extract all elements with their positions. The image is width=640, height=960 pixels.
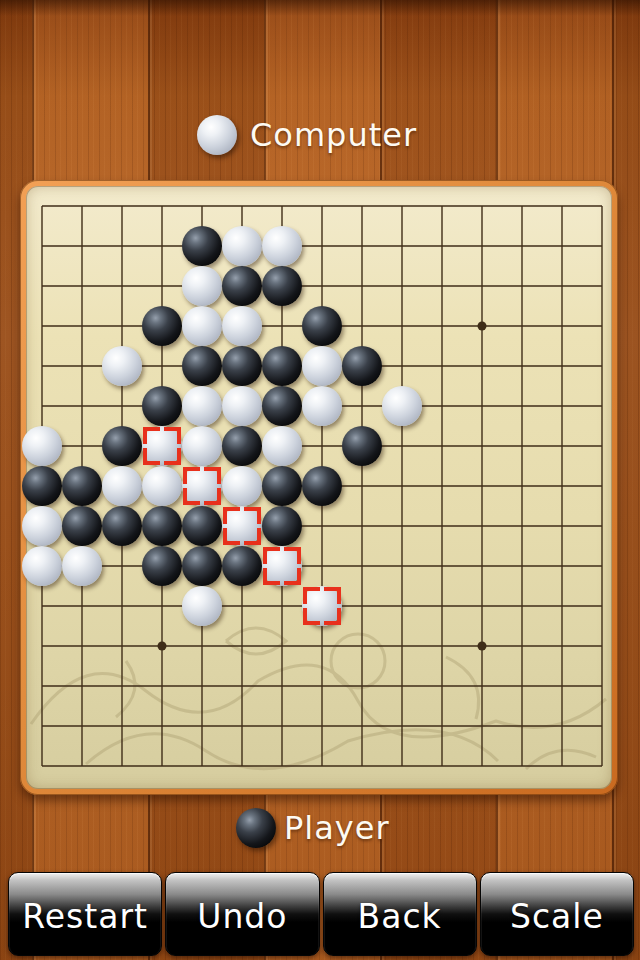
player-label: Player <box>284 808 390 848</box>
undo-button[interactable]: Undo <box>165 872 319 956</box>
white-stone <box>382 386 422 426</box>
white-stone <box>22 426 62 466</box>
white-stone <box>222 466 262 506</box>
black-stone <box>302 466 342 506</box>
top-shadow <box>0 0 640 16</box>
black-stone <box>102 506 142 546</box>
black-stone <box>182 346 222 386</box>
black-stone <box>222 546 262 586</box>
back-button[interactable]: Back <box>323 872 477 956</box>
white-stone <box>182 426 222 466</box>
black-stone <box>22 466 62 506</box>
board-frame <box>20 180 618 795</box>
white-stone-icon <box>197 115 237 155</box>
white-stone <box>262 426 302 466</box>
white-stone <box>302 346 342 386</box>
white-stone <box>222 386 262 426</box>
white-stone <box>262 546 302 586</box>
white-stone <box>182 386 222 426</box>
black-stone <box>222 346 262 386</box>
white-stone <box>102 466 142 506</box>
white-stone <box>62 546 102 586</box>
white-stone <box>142 426 182 466</box>
restart-button[interactable]: Restart <box>8 872 162 956</box>
black-stone <box>182 546 222 586</box>
black-stone <box>62 466 102 506</box>
black-stone <box>102 426 142 466</box>
gomoku-app-screen: Computer Player Restart Undo <box>0 0 640 960</box>
computer-label: Computer <box>250 115 417 155</box>
black-stone <box>142 506 182 546</box>
white-stone <box>262 226 302 266</box>
white-stone <box>222 306 262 346</box>
button-bar: Restart Undo Back Scale <box>8 872 634 956</box>
white-stone <box>142 466 182 506</box>
white-stone <box>22 506 62 546</box>
white-stone <box>182 306 222 346</box>
white-stone <box>22 546 62 586</box>
black-stone <box>262 346 302 386</box>
player-indicator: Player <box>236 808 456 848</box>
black-stone <box>222 266 262 306</box>
black-stone <box>262 386 302 426</box>
white-stone <box>222 506 262 546</box>
black-stone <box>302 306 342 346</box>
scale-button[interactable]: Scale <box>480 872 634 956</box>
black-stone <box>342 426 382 466</box>
black-stone-icon <box>236 808 276 848</box>
computer-indicator: Computer <box>197 115 437 155</box>
white-stone <box>182 586 222 626</box>
black-stone <box>222 426 262 466</box>
black-stone <box>142 386 182 426</box>
white-stone <box>182 466 222 506</box>
black-stone <box>262 466 302 506</box>
black-stone <box>142 306 182 346</box>
white-stone <box>222 226 262 266</box>
black-stone <box>342 346 382 386</box>
black-stone <box>182 506 222 546</box>
white-stone <box>302 586 342 626</box>
black-stone <box>142 546 182 586</box>
white-stone <box>302 386 342 426</box>
black-stone <box>262 506 302 546</box>
gomoku-board[interactable] <box>26 186 612 789</box>
black-stone <box>262 266 302 306</box>
white-stone <box>102 346 142 386</box>
black-stone <box>182 226 222 266</box>
black-stone <box>62 506 102 546</box>
white-stone <box>182 266 222 306</box>
